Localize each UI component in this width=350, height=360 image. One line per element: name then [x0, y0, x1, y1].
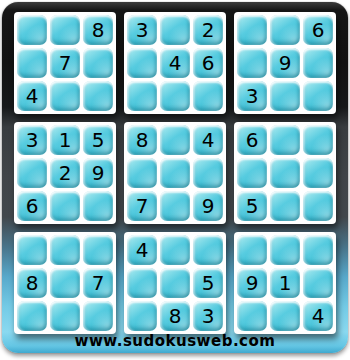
cell-r6c4[interactable]: 7	[127, 191, 157, 221]
cell-r6c8[interactable]	[270, 191, 300, 221]
cell-r9c8[interactable]	[270, 301, 300, 331]
cell-r1c9[interactable]: 6	[303, 15, 333, 45]
cell-r7c2[interactable]	[50, 235, 80, 265]
cell-r8c2[interactable]	[50, 268, 80, 298]
cell-r3c3[interactable]	[83, 81, 113, 111]
box-2-1: 315296	[14, 122, 116, 224]
cell-r4c9[interactable]	[303, 125, 333, 155]
cell-r2c1[interactable]	[17, 48, 47, 78]
cell-r5c1[interactable]	[17, 158, 47, 188]
cell-r9c1[interactable]	[17, 301, 47, 331]
sudoku-card: 8743246693315296847965874583914 www.sudo…	[2, 2, 348, 353]
box-1-1: 874	[14, 12, 116, 114]
cell-r9c6[interactable]: 3	[193, 301, 223, 331]
cell-r8c8[interactable]: 1	[270, 268, 300, 298]
cell-r8c3[interactable]: 7	[83, 268, 113, 298]
cell-r8c7[interactable]: 9	[237, 268, 267, 298]
cell-r1c5[interactable]	[160, 15, 190, 45]
cell-r4c1[interactable]: 3	[17, 125, 47, 155]
footer-url: www.sudokusweb.com	[2, 330, 348, 351]
cell-r8c1[interactable]: 8	[17, 268, 47, 298]
cell-r7c5[interactable]	[160, 235, 190, 265]
cell-r4c4[interactable]: 8	[127, 125, 157, 155]
cell-r6c7[interactable]: 5	[237, 191, 267, 221]
cell-r2c3[interactable]	[83, 48, 113, 78]
cell-r7c8[interactable]	[270, 235, 300, 265]
cell-r3c2[interactable]	[50, 81, 80, 111]
cell-r1c4[interactable]: 3	[127, 15, 157, 45]
cell-r6c5[interactable]	[160, 191, 190, 221]
cell-r4c7[interactable]: 6	[237, 125, 267, 155]
cell-r2c9[interactable]	[303, 48, 333, 78]
box-1-2: 3246	[124, 12, 226, 114]
cell-r9c2[interactable]	[50, 301, 80, 331]
cell-r3c8[interactable]	[270, 81, 300, 111]
cell-r3c9[interactable]	[303, 81, 333, 111]
cell-r1c7[interactable]	[237, 15, 267, 45]
cell-r2c4[interactable]	[127, 48, 157, 78]
cell-r6c6[interactable]: 9	[193, 191, 223, 221]
cell-r4c2[interactable]: 1	[50, 125, 80, 155]
cell-r5c5[interactable]	[160, 158, 190, 188]
cell-r5c6[interactable]	[193, 158, 223, 188]
sudoku-board: 8743246693315296847965874583914	[14, 12, 336, 334]
box-3-3: 914	[234, 232, 336, 334]
box-3-2: 4583	[124, 232, 226, 334]
cell-r6c2[interactable]	[50, 191, 80, 221]
box-2-2: 8479	[124, 122, 226, 224]
cell-r2c5[interactable]: 4	[160, 48, 190, 78]
cell-r6c9[interactable]	[303, 191, 333, 221]
cell-r1c3[interactable]: 8	[83, 15, 113, 45]
cell-r9c7[interactable]	[237, 301, 267, 331]
cell-r7c7[interactable]	[237, 235, 267, 265]
cell-r8c6[interactable]: 5	[193, 268, 223, 298]
cell-r7c1[interactable]	[17, 235, 47, 265]
cell-r9c3[interactable]	[83, 301, 113, 331]
cell-r5c7[interactable]	[237, 158, 267, 188]
cell-r1c6[interactable]: 2	[193, 15, 223, 45]
cell-r5c4[interactable]	[127, 158, 157, 188]
cell-r7c9[interactable]	[303, 235, 333, 265]
cell-r9c5[interactable]: 8	[160, 301, 190, 331]
cell-r6c3[interactable]	[83, 191, 113, 221]
cell-r9c4[interactable]	[127, 301, 157, 331]
cell-r8c4[interactable]	[127, 268, 157, 298]
cell-r4c5[interactable]	[160, 125, 190, 155]
cell-r2c6[interactable]: 6	[193, 48, 223, 78]
cell-r7c4[interactable]: 4	[127, 235, 157, 265]
cell-r3c6[interactable]	[193, 81, 223, 111]
cell-r7c6[interactable]	[193, 235, 223, 265]
cell-r1c1[interactable]	[17, 15, 47, 45]
cell-r8c9[interactable]	[303, 268, 333, 298]
cell-r5c2[interactable]: 2	[50, 158, 80, 188]
cell-r2c2[interactable]: 7	[50, 48, 80, 78]
cell-r9c9[interactable]: 4	[303, 301, 333, 331]
box-2-3: 65	[234, 122, 336, 224]
cell-r1c8[interactable]	[270, 15, 300, 45]
cell-r3c4[interactable]	[127, 81, 157, 111]
cell-r4c6[interactable]: 4	[193, 125, 223, 155]
cell-r2c8[interactable]: 9	[270, 48, 300, 78]
cell-r4c3[interactable]: 5	[83, 125, 113, 155]
box-1-3: 693	[234, 12, 336, 114]
cell-r3c5[interactable]	[160, 81, 190, 111]
cell-r3c7[interactable]: 3	[237, 81, 267, 111]
cell-r5c3[interactable]: 9	[83, 158, 113, 188]
cell-r3c1[interactable]: 4	[17, 81, 47, 111]
cell-r5c9[interactable]	[303, 158, 333, 188]
cell-r4c8[interactable]	[270, 125, 300, 155]
cell-r8c5[interactable]	[160, 268, 190, 298]
box-3-1: 87	[14, 232, 116, 334]
cell-r2c7[interactable]	[237, 48, 267, 78]
cell-r6c1[interactable]: 6	[17, 191, 47, 221]
cell-r5c8[interactable]	[270, 158, 300, 188]
cell-r7c3[interactable]	[83, 235, 113, 265]
cell-r1c2[interactable]	[50, 15, 80, 45]
